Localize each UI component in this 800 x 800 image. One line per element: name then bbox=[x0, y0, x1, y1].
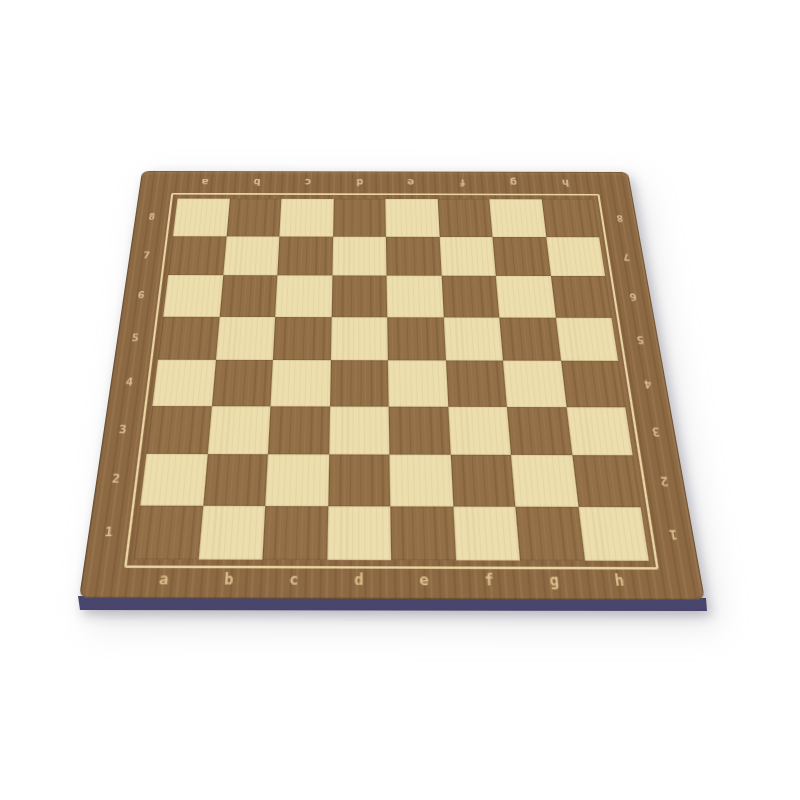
file-labels-near: abcdefgh bbox=[130, 563, 654, 595]
square-d6 bbox=[331, 275, 387, 316]
square-d3 bbox=[329, 406, 390, 455]
rank-label: 7 bbox=[127, 236, 166, 275]
square-b7 bbox=[223, 236, 280, 275]
file-label: e bbox=[385, 171, 437, 193]
square-c1 bbox=[262, 505, 327, 559]
square-g1 bbox=[515, 506, 584, 561]
square-b2 bbox=[203, 454, 268, 505]
square-g3 bbox=[507, 406, 572, 455]
square-e3 bbox=[389, 406, 451, 455]
square-h3 bbox=[566, 407, 633, 456]
square-a4 bbox=[152, 360, 215, 406]
square-c7 bbox=[277, 236, 332, 275]
square-e6 bbox=[387, 276, 444, 317]
rank-label: 2 bbox=[641, 455, 688, 506]
square-b5 bbox=[215, 316, 275, 360]
square-f7 bbox=[439, 236, 496, 275]
file-label: a bbox=[178, 171, 232, 193]
file-label: b bbox=[195, 563, 262, 593]
square-a5 bbox=[158, 316, 219, 360]
rank-label: 1 bbox=[85, 505, 132, 559]
rank-label: 8 bbox=[600, 199, 639, 236]
square-e1 bbox=[390, 506, 455, 560]
square-d7 bbox=[332, 236, 387, 275]
rank-label: 6 bbox=[612, 276, 654, 317]
square-h6 bbox=[550, 276, 611, 317]
square-c5 bbox=[273, 317, 331, 361]
square-g4 bbox=[503, 361, 566, 407]
file-label: e bbox=[391, 564, 457, 594]
rank-label: 7 bbox=[606, 237, 647, 276]
square-b8 bbox=[226, 199, 281, 236]
file-label: f bbox=[456, 564, 523, 594]
square-c3 bbox=[268, 406, 330, 455]
square-f2 bbox=[450, 455, 515, 506]
square-c8 bbox=[279, 199, 333, 236]
file-label: c bbox=[282, 171, 334, 193]
square-d8 bbox=[333, 199, 386, 236]
file-label: b bbox=[230, 171, 283, 193]
file-label: c bbox=[261, 563, 327, 593]
square-e4 bbox=[388, 360, 448, 406]
square-f4 bbox=[445, 360, 506, 406]
square-b6 bbox=[219, 275, 277, 316]
file-label: a bbox=[130, 563, 198, 593]
square-g2 bbox=[511, 455, 578, 506]
square-e8 bbox=[385, 199, 439, 236]
file-label: g bbox=[487, 172, 541, 194]
file-label: f bbox=[436, 172, 489, 194]
rank-label: 5 bbox=[114, 316, 156, 360]
square-h5 bbox=[555, 317, 618, 361]
square-d1 bbox=[327, 506, 391, 560]
playing-area bbox=[134, 199, 649, 561]
file-label: d bbox=[326, 564, 392, 594]
file-label: d bbox=[333, 171, 385, 193]
square-h2 bbox=[572, 455, 641, 506]
rank-label: 4 bbox=[107, 360, 150, 406]
file-label: g bbox=[520, 564, 588, 594]
file-labels-far: abcdefgh bbox=[178, 171, 592, 194]
rank-label: 3 bbox=[633, 407, 679, 456]
square-f8 bbox=[437, 199, 492, 236]
square-g8 bbox=[489, 199, 545, 236]
square-g7 bbox=[492, 237, 550, 276]
square-a8 bbox=[173, 199, 229, 236]
square-h8 bbox=[541, 199, 599, 236]
rank-label: 5 bbox=[619, 317, 662, 361]
square-a1 bbox=[134, 505, 203, 559]
page-background: abcdefgh abcdefgh 87654321 87654321 bbox=[0, 0, 800, 800]
square-f1 bbox=[453, 506, 520, 561]
square-h7 bbox=[546, 237, 605, 276]
square-h1 bbox=[578, 506, 649, 561]
file-label: h bbox=[538, 172, 592, 194]
rank-label: 3 bbox=[100, 405, 144, 453]
square-d5 bbox=[330, 317, 388, 361]
square-f3 bbox=[448, 406, 511, 455]
square-e7 bbox=[386, 236, 441, 275]
square-g6 bbox=[496, 276, 556, 317]
square-a7 bbox=[168, 236, 226, 275]
square-a6 bbox=[163, 275, 223, 316]
square-b4 bbox=[211, 360, 272, 406]
square-b3 bbox=[207, 406, 270, 455]
rank-label: 4 bbox=[626, 361, 670, 407]
rank-label: 8 bbox=[132, 198, 170, 235]
square-e2 bbox=[389, 455, 452, 506]
rank-label: 6 bbox=[121, 275, 161, 316]
board-scene: abcdefgh abcdefgh 87654321 87654321 bbox=[0, 0, 800, 800]
square-c2 bbox=[265, 454, 328, 505]
square-c6 bbox=[275, 275, 332, 316]
square-d4 bbox=[330, 360, 389, 406]
chess-board: abcdefgh abcdefgh 87654321 87654321 bbox=[79, 171, 705, 600]
square-a3 bbox=[147, 406, 212, 455]
square-h4 bbox=[561, 361, 626, 407]
square-f5 bbox=[443, 317, 503, 361]
rank-label: 1 bbox=[649, 507, 698, 561]
square-b1 bbox=[198, 505, 265, 559]
square-c4 bbox=[270, 360, 330, 406]
square-f6 bbox=[441, 276, 499, 317]
square-a2 bbox=[140, 454, 207, 505]
square-e5 bbox=[387, 317, 445, 361]
file-label: h bbox=[585, 564, 654, 594]
square-g5 bbox=[499, 317, 560, 361]
square-d2 bbox=[328, 454, 391, 505]
rank-label: 2 bbox=[93, 454, 139, 505]
